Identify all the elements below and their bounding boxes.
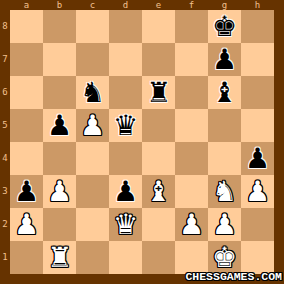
square-h7[interactable] — [241, 43, 274, 76]
white-pawn-a2[interactable]: ♟ — [14, 208, 39, 241]
square-e4[interactable] — [142, 142, 175, 175]
white-pawn-h3[interactable]: ♟ — [245, 175, 270, 208]
file-label-d: d — [109, 0, 142, 10]
square-e1[interactable] — [142, 241, 175, 274]
white-pawn-c5[interactable]: ♟ — [80, 109, 105, 142]
square-d3[interactable]: ♟ — [109, 175, 142, 208]
square-c3[interactable] — [76, 175, 109, 208]
square-c1[interactable] — [76, 241, 109, 274]
square-f2[interactable]: ♟ — [175, 208, 208, 241]
black-pawn-d3[interactable]: ♟ — [113, 175, 138, 208]
black-pawn-h4[interactable]: ♟ — [245, 142, 270, 175]
square-d5[interactable]: ♛ — [109, 109, 142, 142]
square-f4[interactable] — [175, 142, 208, 175]
rank-label-6: 6 — [0, 76, 10, 109]
rank-label-5: 5 — [0, 109, 10, 142]
black-knight-c6[interactable]: ♞ — [80, 76, 105, 109]
square-e8[interactable] — [142, 10, 175, 43]
square-g7[interactable]: ♟ — [208, 43, 241, 76]
rank-label-4: 4 — [0, 142, 10, 175]
square-b2[interactable] — [43, 208, 76, 241]
chess-diagram: abcdefgh 87654321 ♚♟♞♜♝♟♟♛♟♟♟♟♝♞♟♟♛♟♟♜♚ … — [0, 0, 284, 284]
file-label-f: f — [175, 0, 208, 10]
square-g8[interactable]: ♚ — [208, 10, 241, 43]
white-pawn-f2[interactable]: ♟ — [179, 208, 204, 241]
square-a2[interactable]: ♟ — [10, 208, 43, 241]
square-a3[interactable]: ♟ — [10, 175, 43, 208]
square-a6[interactable] — [10, 76, 43, 109]
square-g5[interactable] — [208, 109, 241, 142]
square-d6[interactable] — [109, 76, 142, 109]
black-pawn-g7[interactable]: ♟ — [212, 43, 237, 76]
square-d2[interactable]: ♛ — [109, 208, 142, 241]
square-h8[interactable] — [241, 10, 274, 43]
square-g3[interactable]: ♞ — [208, 175, 241, 208]
rank-labels: 87654321 — [0, 10, 10, 274]
square-e5[interactable] — [142, 109, 175, 142]
chess-board: ♚♟♞♜♝♟♟♛♟♟♟♟♝♞♟♟♛♟♟♜♚ — [10, 10, 274, 274]
square-g4[interactable] — [208, 142, 241, 175]
square-a5[interactable] — [10, 109, 43, 142]
square-c2[interactable] — [76, 208, 109, 241]
square-b3[interactable]: ♟ — [43, 175, 76, 208]
square-c4[interactable] — [76, 142, 109, 175]
square-h4[interactable]: ♟ — [241, 142, 274, 175]
white-pawn-g2[interactable]: ♟ — [212, 208, 237, 241]
white-pawn-b3[interactable]: ♟ — [47, 175, 72, 208]
file-label-h: h — [241, 0, 274, 10]
square-a8[interactable] — [10, 10, 43, 43]
square-g6[interactable]: ♝ — [208, 76, 241, 109]
square-b7[interactable] — [43, 43, 76, 76]
black-pawn-b5[interactable]: ♟ — [47, 109, 72, 142]
square-f3[interactable] — [175, 175, 208, 208]
white-rook-b1[interactable]: ♜ — [47, 241, 72, 274]
square-g2[interactable]: ♟ — [208, 208, 241, 241]
square-f8[interactable] — [175, 10, 208, 43]
square-b6[interactable] — [43, 76, 76, 109]
square-c6[interactable]: ♞ — [76, 76, 109, 109]
square-b8[interactable] — [43, 10, 76, 43]
white-knight-g3[interactable]: ♞ — [212, 175, 237, 208]
square-h2[interactable] — [241, 208, 274, 241]
black-rook-e6[interactable]: ♜ — [146, 76, 171, 109]
rank-label-2: 2 — [0, 208, 10, 241]
square-d1[interactable] — [109, 241, 142, 274]
square-f7[interactable] — [175, 43, 208, 76]
square-d8[interactable] — [109, 10, 142, 43]
rank-label-8: 8 — [0, 10, 10, 43]
file-label-a: a — [10, 0, 43, 10]
square-a4[interactable] — [10, 142, 43, 175]
black-king-g8[interactable]: ♚ — [212, 10, 237, 43]
square-c8[interactable] — [76, 10, 109, 43]
black-pawn-a3[interactable]: ♟ — [14, 175, 39, 208]
rank-label-1: 1 — [0, 241, 10, 274]
square-b1[interactable]: ♜ — [43, 241, 76, 274]
file-label-e: e — [142, 0, 175, 10]
square-e3[interactable]: ♝ — [142, 175, 175, 208]
file-label-c: c — [76, 0, 109, 10]
square-d4[interactable] — [109, 142, 142, 175]
square-e2[interactable] — [142, 208, 175, 241]
file-label-g: g — [208, 0, 241, 10]
chessgames-watermark: CHESSGAMES.COM — [185, 270, 282, 283]
square-d7[interactable] — [109, 43, 142, 76]
square-h6[interactable] — [241, 76, 274, 109]
black-queen-d5[interactable]: ♛ — [113, 109, 138, 142]
square-h5[interactable] — [241, 109, 274, 142]
rank-label-7: 7 — [0, 43, 10, 76]
square-a1[interactable] — [10, 241, 43, 274]
square-f6[interactable] — [175, 76, 208, 109]
white-bishop-e3[interactable]: ♝ — [146, 175, 171, 208]
square-h3[interactable]: ♟ — [241, 175, 274, 208]
white-queen-d2[interactable]: ♛ — [113, 208, 138, 241]
square-f5[interactable] — [175, 109, 208, 142]
square-b5[interactable]: ♟ — [43, 109, 76, 142]
square-b4[interactable] — [43, 142, 76, 175]
square-c5[interactable]: ♟ — [76, 109, 109, 142]
file-labels: abcdefgh — [10, 0, 274, 10]
square-a7[interactable] — [10, 43, 43, 76]
square-e7[interactable] — [142, 43, 175, 76]
square-e6[interactable]: ♜ — [142, 76, 175, 109]
square-c7[interactable] — [76, 43, 109, 76]
black-bishop-g6[interactable]: ♝ — [212, 76, 237, 109]
rank-label-3: 3 — [0, 175, 10, 208]
file-label-b: b — [43, 0, 76, 10]
